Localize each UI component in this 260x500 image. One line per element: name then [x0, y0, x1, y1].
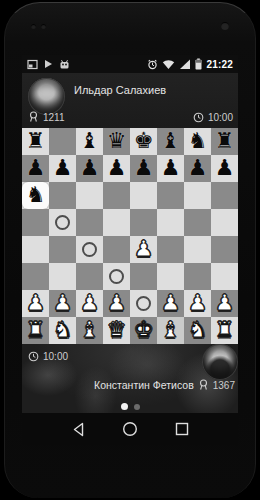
square-b8[interactable]: [49, 128, 76, 155]
piece-white-pawn: ♟: [49, 290, 76, 317]
top-player-avatar: [28, 78, 65, 115]
square-e8[interactable]: ♚: [130, 128, 157, 155]
square-b4[interactable]: [49, 236, 76, 263]
android-nav-bar: [22, 413, 238, 445]
square-c3[interactable]: [76, 263, 103, 290]
top-player-name: Ильдар Салахиев: [74, 84, 166, 96]
square-h8[interactable]: ♜: [211, 128, 238, 155]
piece-black-rook: ♜: [22, 128, 49, 155]
square-d4[interactable]: [103, 236, 130, 263]
rating-laurel-icon: [28, 111, 39, 123]
proximity-sensor: [31, 24, 36, 29]
square-f5[interactable]: [157, 209, 184, 236]
square-e5[interactable]: [130, 209, 157, 236]
page-dot-2[interactable]: [134, 404, 140, 410]
square-g4[interactable]: [184, 236, 211, 263]
piece-white-pawn: ♟: [211, 290, 238, 317]
clock-icon: [28, 351, 39, 362]
square-d5[interactable]: [103, 209, 130, 236]
square-b2[interactable]: ♟: [49, 290, 76, 317]
square-a3[interactable]: [22, 263, 49, 290]
square-h6[interactable]: [211, 182, 238, 209]
app-screen: 21:22 Ильдар Салахиев 1211 10:00 ♜♝♛♚♝♞♜…: [22, 55, 238, 445]
piece-black-pawn: ♟: [130, 155, 157, 182]
play-icon: [44, 59, 53, 69]
bottom-player-card: 10:00 Константин Фетисов 1367: [22, 344, 238, 413]
back-button[interactable]: [66, 417, 90, 441]
square-g7[interactable]: ♟: [184, 155, 211, 182]
piece-white-pawn: ♟: [184, 290, 211, 317]
square-e2[interactable]: [130, 290, 157, 317]
piece-white-bishop: ♝: [76, 317, 103, 344]
square-f1[interactable]: ♝: [157, 317, 184, 344]
piece-white-rook: ♜: [211, 317, 238, 344]
battery-icon: [195, 58, 202, 70]
piece-white-rook: ♜: [22, 317, 49, 344]
square-a2[interactable]: ♟: [22, 290, 49, 317]
home-icon: [122, 421, 138, 437]
square-b6[interactable]: [49, 182, 76, 209]
square-a6[interactable]: ♞: [22, 182, 49, 209]
piece-black-pawn: ♟: [76, 155, 103, 182]
square-a1[interactable]: ♜: [22, 317, 49, 344]
square-f4[interactable]: [157, 236, 184, 263]
status-bar: 21:22: [22, 55, 238, 73]
piece-black-queen: ♛: [103, 128, 130, 155]
piece-white-knight: ♞: [49, 317, 76, 344]
square-g2[interactable]: ♟: [184, 290, 211, 317]
square-c1[interactable]: ♝: [76, 317, 103, 344]
ambient-sensor: [41, 24, 46, 29]
recents-button[interactable]: [170, 417, 194, 441]
piece-black-knight: ♞: [184, 128, 211, 155]
top-player-clock-value: 10:00: [208, 112, 233, 123]
piece-black-bishop: ♝: [76, 128, 103, 155]
square-c4[interactable]: [76, 236, 103, 263]
piece-white-queen: ♛: [103, 317, 130, 344]
square-e1[interactable]: ♚: [130, 317, 157, 344]
square-c2[interactable]: ♟: [76, 290, 103, 317]
piece-white-pawn: ♟: [103, 290, 130, 317]
alarm-icon: [147, 59, 158, 70]
piece-black-knight: ♞: [22, 182, 49, 209]
square-h4[interactable]: [211, 236, 238, 263]
bottom-player-clock: 10:00: [28, 351, 68, 362]
clock-icon: [193, 112, 204, 123]
square-f6[interactable]: [157, 182, 184, 209]
square-f2[interactable]: ♟: [157, 290, 184, 317]
square-d8[interactable]: ♛: [103, 128, 130, 155]
piece-black-pawn: ♟: [184, 155, 211, 182]
square-d6[interactable]: [103, 182, 130, 209]
square-f8[interactable]: ♝: [157, 128, 184, 155]
square-a5[interactable]: [22, 209, 49, 236]
top-player-card: Ильдар Салахиев 1211 10:00: [22, 73, 238, 128]
bottom-player-rating-value: 1367: [213, 380, 235, 391]
square-h1[interactable]: ♜: [211, 317, 238, 344]
piece-black-pawn: ♟: [22, 155, 49, 182]
square-h3[interactable]: [211, 263, 238, 290]
square-d7[interactable]: ♟: [103, 155, 130, 182]
square-e7[interactable]: ♟: [130, 155, 157, 182]
piece-black-king: ♚: [130, 128, 157, 155]
piece-black-pawn: ♟: [103, 155, 130, 182]
piece-white-pawn: ♟: [22, 290, 49, 317]
square-e3[interactable]: [130, 263, 157, 290]
square-g6[interactable]: [184, 182, 211, 209]
back-icon: [71, 422, 86, 437]
square-b3[interactable]: [49, 263, 76, 290]
piece-white-knight: ♞: [184, 317, 211, 344]
piece-white-bishop: ♝: [157, 317, 184, 344]
square-a8[interactable]: ♜: [22, 128, 49, 155]
square-c6[interactable]: [76, 182, 103, 209]
square-c5[interactable]: [76, 209, 103, 236]
square-f7[interactable]: ♟: [157, 155, 184, 182]
square-f3[interactable]: [157, 263, 184, 290]
square-h2[interactable]: ♟: [211, 290, 238, 317]
piece-white-pawn: ♟: [76, 290, 103, 317]
chess-board: ♜♝♛♚♝♞♜♟♟♟♟♟♟♟♟♞♟♟♟♟♟♟♟♟♜♞♝♛♚♝♞♜: [22, 128, 238, 344]
piece-white-pawn: ♟: [130, 236, 157, 263]
status-time: 21:22: [206, 59, 233, 70]
square-b7[interactable]: ♟: [49, 155, 76, 182]
bottom-player-avatar: [202, 344, 238, 380]
top-player-rating: 1211: [28, 111, 65, 123]
square-g3[interactable]: [184, 263, 211, 290]
recents-icon: [175, 422, 189, 436]
square-g5[interactable]: [184, 209, 211, 236]
square-e4[interactable]: ♟: [130, 236, 157, 263]
home-button[interactable]: [118, 417, 142, 441]
piece-black-bishop: ♝: [157, 128, 184, 155]
piece-black-pawn: ♟: [211, 155, 238, 182]
square-h7[interactable]: ♟: [211, 155, 238, 182]
piece-white-king: ♚: [130, 317, 157, 344]
wifi-icon: [162, 59, 175, 70]
piece-black-pawn: ♟: [49, 155, 76, 182]
screenshot-icon: [27, 59, 38, 70]
piece-black-rook: ♜: [211, 128, 238, 155]
square-b5[interactable]: [49, 209, 76, 236]
bottom-player-clock-value: 10:00: [43, 351, 68, 362]
square-e6[interactable]: [130, 182, 157, 209]
square-d1[interactable]: ♛: [103, 317, 130, 344]
square-d2[interactable]: ♟: [103, 290, 130, 317]
page-indicator: [22, 403, 238, 410]
rating-laurel-icon: [198, 379, 209, 391]
square-c7[interactable]: ♟: [76, 155, 103, 182]
top-player-rating-value: 1211: [43, 112, 65, 123]
square-h5[interactable]: [211, 209, 238, 236]
square-a4[interactable]: [22, 236, 49, 263]
piece-black-pawn: ♟: [157, 155, 184, 182]
square-g1[interactable]: ♞: [184, 317, 211, 344]
top-player-clock: 10:00: [193, 112, 233, 123]
signal-icon: [179, 59, 191, 70]
square-g8[interactable]: ♞: [184, 128, 211, 155]
front-camera: [221, 22, 229, 30]
page-dot-1[interactable]: [121, 403, 128, 410]
piece-white-pawn: ♟: [157, 290, 184, 317]
bottom-player-name: Константин Фетисов: [94, 379, 194, 391]
app-notification-icon: [59, 59, 70, 70]
square-c8[interactable]: ♝: [76, 128, 103, 155]
square-d3[interactable]: [103, 263, 130, 290]
square-a7[interactable]: ♟: [22, 155, 49, 182]
square-b1[interactable]: ♞: [49, 317, 76, 344]
